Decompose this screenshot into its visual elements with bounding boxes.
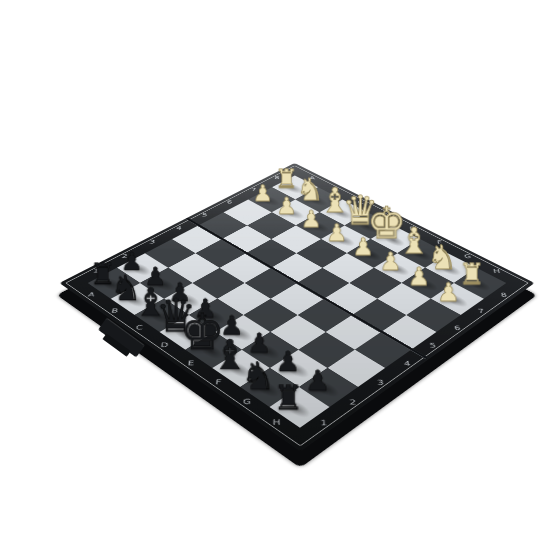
white-pawn: ♟: [326, 221, 347, 245]
white-pawn: ♟: [379, 249, 401, 274]
coordinate-label-2: 2: [113, 246, 135, 266]
white-pawn: ♟: [276, 194, 297, 217]
product-photo-scene: ABCDEFGH ABCDEFGH 87654321 87654321 ♜♞♝♛…: [0, 0, 560, 560]
white-pawn: ♟: [300, 207, 321, 230]
board-frame: ABCDEFGH ABCDEFGH 87654321 87654321 ♜♞♝♛…: [59, 163, 534, 451]
coordinate-label-5: 5: [195, 206, 214, 224]
coordinate-label-8: 8: [268, 170, 285, 187]
board-field: ♜♞♝♛♚♝♞♜♟♟♟♟♟♟♟♟♟♟♟♟♟♟♟♟♜♞♝♛♚♝♞♜: [88, 175, 507, 427]
black-knight: ♞: [241, 356, 276, 395]
white-pawn: ♟: [352, 235, 374, 259]
black-rook: ♜: [273, 381, 303, 415]
white-pawn: ♟: [437, 279, 460, 305]
coordinate-label-3: 3: [141, 232, 162, 252]
coordinate-label-C: C: [344, 199, 378, 206]
coordinate-label-4: 4: [169, 219, 189, 238]
coordinate-label-7: 7: [245, 181, 263, 198]
coordinate-label-6: 6: [220, 194, 238, 212]
white-pawn: ♟: [407, 264, 430, 289]
black-pawn: ♟: [275, 348, 300, 376]
perspective-stage: ABCDEFGH ABCDEFGH 87654321 87654321 ♜♞♝♛…: [0, 0, 560, 560]
folding-chessboard: ABCDEFGH ABCDEFGH 87654321 87654321 ♜♞♝♛…: [59, 163, 534, 451]
black-pawn: ♟: [305, 366, 330, 394]
coordinate-label-E: E: [394, 225, 430, 233]
coordinate-label-A: A: [296, 175, 329, 182]
coordinate-label-F: F: [421, 239, 458, 247]
white-rook: ♜: [458, 260, 484, 289]
coordinate-label-B: B: [319, 187, 352, 194]
coordinate-label-D: D: [369, 212, 404, 219]
